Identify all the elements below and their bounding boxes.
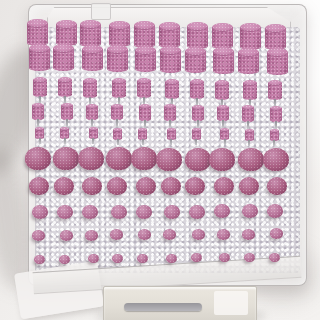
stone-top-face: [135, 46, 156, 55]
stone-cylinder-small-r4c7: [192, 105, 204, 124]
stone-top-face: [238, 48, 259, 57]
stone-cylinder-medium-r3c8: [215, 80, 229, 103]
stone-cylinder-large-r2c8: [213, 47, 234, 78]
stone-cylinder-large-r2c9: [238, 48, 259, 79]
metal-shank: [37, 119, 39, 127]
stone-ball-smaller-r9c9: [242, 229, 255, 240]
stone-top-face: [167, 128, 176, 132]
stone-ball-tiny-r10c7: [191, 253, 202, 262]
stone-ball-large-r6c8: [209, 148, 235, 171]
metal-shank: [169, 120, 171, 128]
stone-cylinder-pin-r5c8: [220, 128, 229, 142]
product-photo-scene: [0, 0, 320, 320]
stone-top-face: [29, 44, 50, 53]
stone-ball-large-r6c9: [238, 148, 264, 171]
stone-ball-tiny-r10c3: [88, 254, 99, 263]
metal-shank: [66, 119, 68, 127]
metal-shank: [224, 139, 226, 145]
metal-shank: [222, 120, 224, 128]
stone-ball-small-r8c8: [214, 204, 230, 218]
stone-cylinder-pin-r5c10: [270, 129, 279, 143]
stone-ball-smaller-r9c5: [138, 229, 151, 240]
stone-ball-medium-r7c8: [214, 177, 234, 195]
stone-cylinder-large-r2c2: [53, 44, 74, 75]
stone-ball-small-r8c2: [57, 205, 73, 219]
stone-top-face: [245, 129, 254, 133]
stone-ball-smaller-r9c4: [110, 229, 123, 240]
stone-cylinder-medium-r3c1: [33, 77, 47, 100]
stone-ball-medium-r7c3: [82, 177, 102, 195]
stone-ball-small-r8c9: [242, 204, 258, 218]
stone-cylinder-medium-r3c3: [83, 78, 97, 101]
stone-top-face: [138, 128, 147, 132]
metal-shank: [91, 119, 93, 127]
stone-cylinder-pin-r5c2: [60, 127, 69, 141]
stone-cylinder-large-r2c1: [29, 44, 50, 75]
stone-cylinder-pin-r5c6: [167, 128, 176, 142]
stone-ball-small-r8c4: [111, 205, 127, 219]
stand-hinge-bar: [124, 303, 202, 311]
stone-ball-tiny-r10c1: [34, 255, 45, 264]
metal-shank: [142, 139, 144, 145]
stone-top-face: [56, 20, 77, 29]
stone-top-face: [111, 104, 123, 109]
metal-shank: [92, 138, 94, 144]
metal-shank: [116, 119, 118, 127]
stone-top-face: [82, 45, 103, 54]
stone-top-face: [112, 78, 126, 84]
stone-ball-smaller-r9c2: [60, 230, 73, 241]
stone-top-face: [212, 23, 233, 32]
stone-cylinder-medium-r3c7: [190, 79, 204, 102]
display-stand: [103, 286, 257, 320]
stone-cylinder-pin-r5c9: [245, 129, 254, 143]
stone-top-face: [83, 78, 97, 84]
stone-cylinder-medium-r3c6: [165, 79, 179, 102]
stone-cylinder-small-r4c2: [61, 103, 73, 122]
metal-shank: [170, 139, 172, 145]
stone-cylinder-small-r4c3: [86, 104, 98, 123]
stone-ball-large-r6c6: [156, 148, 182, 171]
stone-ball-smaller-r9c8: [217, 229, 230, 240]
stone-top-face: [215, 80, 229, 86]
stone-ball-small-r8c3: [82, 205, 98, 219]
stone-cylinder-large-r2c4: [107, 45, 128, 76]
stone-cylinder-pin-r5c7: [192, 128, 201, 142]
stone-bit-grid: [0, 0, 320, 320]
metal-shank: [197, 120, 199, 128]
stone-top-face: [165, 79, 179, 85]
stone-ball-large-r6c4: [106, 147, 132, 170]
stone-cylinder-medium-r3c2: [58, 77, 72, 100]
stone-ball-medium-r7c7: [185, 177, 205, 195]
stone-cylinder-pin-r5c1: [35, 127, 44, 141]
stone-cylinder-small-r4c8: [217, 105, 229, 124]
stone-top-face: [185, 47, 206, 56]
stone-ball-small-r8c10: [267, 204, 283, 218]
stone-cylinder-pin-r5c4: [113, 128, 122, 142]
stone-ball-smaller-r9c6: [163, 229, 176, 240]
stone-cylinder-large-r2c5: [135, 46, 156, 77]
stone-top-face: [267, 48, 288, 57]
stone-ball-large-r6c10: [263, 148, 289, 171]
stone-ball-tiny-r10c6: [166, 254, 177, 263]
stone-ball-small-r8c7: [189, 205, 205, 219]
stone-top-face: [217, 105, 229, 110]
stone-cylinder-large-r2c6: [160, 46, 181, 77]
metal-shank: [117, 139, 119, 145]
metal-shank: [273, 140, 275, 146]
stone-cylinder-small-r4c1: [32, 103, 44, 122]
stone-body: [137, 81, 151, 98]
stone-ball-smaller-r9c3: [85, 230, 98, 241]
stone-ball-tiny-r10c5: [137, 254, 148, 263]
stone-cylinder-medium-r3c10: [268, 80, 282, 103]
stone-cylinder-small-r4c5: [139, 104, 151, 123]
stone-cylinder-small-r4c9: [242, 105, 254, 124]
stone-cylinder-pin-r5c3: [89, 127, 98, 141]
metal-shank: [39, 138, 41, 144]
stone-top-face: [113, 128, 122, 132]
stone-ball-medium-r7c6: [161, 177, 181, 195]
stone-top-face: [192, 128, 201, 132]
stone-ball-large-r6c7: [185, 148, 211, 171]
stone-ball-medium-r7c10: [267, 177, 287, 195]
stone-top-face: [86, 104, 98, 109]
stone-cylinder-medium-r3c5: [137, 78, 151, 101]
stone-ball-small-r8c5: [136, 205, 152, 219]
stone-cylinder-pin-r5c5: [138, 128, 147, 142]
metal-shank: [195, 139, 197, 145]
stone-ball-large-r6c3: [78, 147, 104, 170]
stone-ball-medium-r7c4: [107, 177, 127, 195]
stone-top-face: [134, 21, 155, 30]
stone-cylinder-medium-r3c9: [243, 80, 257, 103]
stone-top-face: [192, 105, 204, 110]
stone-cylinder-large-r2c10: [267, 48, 288, 79]
stone-cylinder-large-r2c3: [82, 45, 103, 76]
metal-shank: [248, 140, 250, 146]
stone-ball-medium-r7c2: [54, 177, 74, 195]
stone-cylinder-small-r4c6: [164, 104, 176, 123]
stone-ball-large-r6c2: [53, 147, 79, 170]
stone-ball-smaller-r9c10: [270, 228, 283, 239]
stone-top-face: [270, 106, 282, 111]
stone-ball-tiny-r10c2: [59, 255, 70, 264]
stone-top-face: [159, 22, 180, 31]
stone-top-face: [27, 19, 48, 28]
stone-cylinder-large-r2c7: [185, 47, 206, 78]
stone-top-face: [109, 21, 130, 30]
stone-cylinder-small-r4c4: [111, 104, 123, 123]
stand-clear-window: [214, 291, 248, 315]
stone-ball-large-r6c5: [131, 147, 157, 170]
stone-top-face: [243, 80, 257, 86]
metal-shank: [144, 120, 146, 128]
metal-shank: [64, 138, 66, 144]
stone-ball-tiny-r10c4: [112, 254, 123, 263]
stone-top-face: [265, 24, 286, 33]
stone-ball-medium-r7c9: [239, 177, 259, 195]
stone-ball-tiny-r10c9: [244, 253, 255, 262]
stone-ball-medium-r7c1: [29, 177, 49, 195]
stone-ball-large-r6c1: [25, 147, 51, 170]
stone-ball-small-r8c6: [164, 205, 180, 219]
stone-ball-tiny-r10c10: [269, 253, 280, 262]
stone-ball-medium-r7c5: [136, 177, 156, 195]
stone-ball-smaller-r9c1: [32, 230, 45, 241]
stone-ball-small-r8c1: [32, 205, 48, 219]
stone-cylinder-medium-r3c4: [112, 78, 126, 101]
stone-ball-smaller-r9c7: [192, 229, 205, 240]
stone-cylinder-small-r4c10: [270, 106, 282, 125]
stone-top-face: [270, 129, 279, 133]
stone-ball-tiny-r10c8: [219, 253, 230, 262]
